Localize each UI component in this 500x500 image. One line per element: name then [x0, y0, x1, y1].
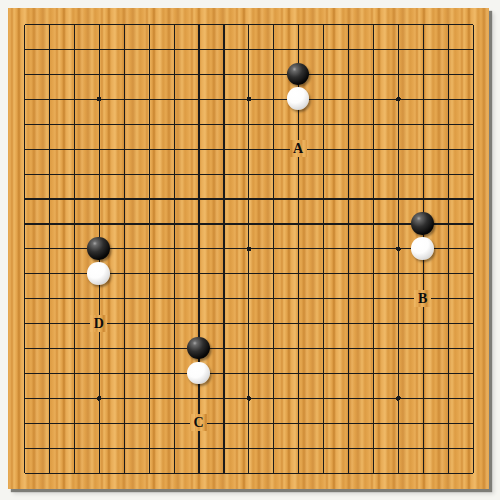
white-stone-H5 — [187, 362, 210, 385]
black-stone-R11 — [411, 212, 434, 235]
black-stone-M17 — [287, 63, 310, 86]
white-stone-M16 — [287, 87, 310, 110]
go-board[interactable]: ABCD — [8, 8, 489, 489]
black-stone-D10 — [87, 237, 110, 260]
variation-label-A[interactable]: A — [290, 140, 307, 157]
white-stone-D9 — [87, 262, 110, 285]
board-points-grid: ABCD — [12, 12, 486, 486]
variation-label-C[interactable]: C — [190, 414, 207, 431]
variation-label-D[interactable]: D — [90, 315, 107, 332]
black-stone-H6 — [187, 337, 210, 360]
diagram-background: ABCD — [0, 0, 500, 500]
white-stone-R10 — [411, 237, 434, 260]
variation-label-B[interactable]: B — [414, 290, 431, 307]
